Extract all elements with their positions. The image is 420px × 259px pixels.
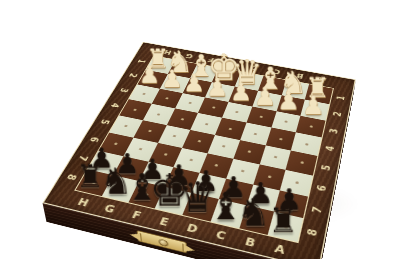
piece-glyph: ♞ [237, 193, 271, 231]
coordinate-label: 2 [324, 105, 352, 124]
chess-box: HGFEDCBA HGFEDCBA 12345678 12345678 ♜♞♝♛… [43, 42, 356, 259]
latch-wing-left [129, 231, 141, 242]
product-photo: HGFEDCBA HGFEDCBA 12345678 12345678 ♜♞♝♛… [0, 0, 420, 259]
coordinate-label: 1 [328, 89, 355, 107]
latch-wing-right [182, 243, 194, 254]
latch-knob [158, 238, 168, 247]
piece-glyph: ♜ [268, 204, 298, 238]
